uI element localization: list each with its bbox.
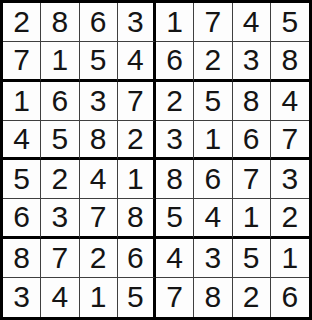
- cell-r8c8[interactable]: 6: [271, 278, 309, 317]
- cell-r6c2[interactable]: 3: [41, 199, 79, 238]
- cell-r8c5[interactable]: 7: [156, 278, 194, 317]
- cell-r5c7[interactable]: 7: [233, 160, 271, 199]
- cell-r8c3[interactable]: 1: [80, 278, 118, 317]
- cell-r1c8[interactable]: 5: [271, 3, 309, 42]
- cell-r4c6[interactable]: 1: [194, 121, 232, 160]
- cell-r1c5[interactable]: 1: [156, 3, 194, 42]
- cell-r5c2[interactable]: 2: [41, 160, 79, 199]
- cell-r8c2[interactable]: 4: [41, 278, 79, 317]
- cell-r1c2[interactable]: 8: [41, 3, 79, 42]
- cell-r7c6[interactable]: 3: [194, 239, 232, 278]
- cell-r3c7[interactable]: 8: [233, 82, 271, 121]
- cell-r1c4[interactable]: 3: [118, 3, 156, 42]
- cell-r3c1[interactable]: 1: [3, 82, 41, 121]
- cell-r8c7[interactable]: 2: [233, 278, 271, 317]
- cell-r6c6[interactable]: 4: [194, 199, 232, 238]
- cell-r4c4[interactable]: 2: [118, 121, 156, 160]
- cell-r7c7[interactable]: 5: [233, 239, 271, 278]
- cell-r6c5[interactable]: 5: [156, 199, 194, 238]
- cell-r6c8[interactable]: 2: [271, 199, 309, 238]
- cell-r8c6[interactable]: 8: [194, 278, 232, 317]
- cell-r5c3[interactable]: 4: [80, 160, 118, 199]
- cell-r2c3[interactable]: 5: [80, 42, 118, 81]
- sudoku-board: 2 8 6 3 1 7 4 5 7 1 5 4 6 2 3 8 1 6 3 7 …: [0, 0, 312, 320]
- cell-r2c2[interactable]: 1: [41, 42, 79, 81]
- cell-r4c1[interactable]: 4: [3, 121, 41, 160]
- cell-r2c4[interactable]: 4: [118, 42, 156, 81]
- cell-r1c1[interactable]: 2: [3, 3, 41, 42]
- cell-r3c5[interactable]: 2: [156, 82, 194, 121]
- cell-r3c8[interactable]: 4: [271, 82, 309, 121]
- cell-r7c5[interactable]: 4: [156, 239, 194, 278]
- cell-r6c7[interactable]: 1: [233, 199, 271, 238]
- cell-r4c2[interactable]: 5: [41, 121, 79, 160]
- cell-r2c8[interactable]: 8: [271, 42, 309, 81]
- cell-r1c6[interactable]: 7: [194, 3, 232, 42]
- cell-r3c3[interactable]: 3: [80, 82, 118, 121]
- cell-r7c8[interactable]: 1: [271, 239, 309, 278]
- cell-r4c8[interactable]: 7: [271, 121, 309, 160]
- cell-r1c3[interactable]: 6: [80, 3, 118, 42]
- cell-r5c4[interactable]: 1: [118, 160, 156, 199]
- cell-r7c4[interactable]: 6: [118, 239, 156, 278]
- cell-r6c1[interactable]: 6: [3, 199, 41, 238]
- cell-r6c3[interactable]: 7: [80, 199, 118, 238]
- cell-r2c7[interactable]: 3: [233, 42, 271, 81]
- cell-r5c6[interactable]: 6: [194, 160, 232, 199]
- cell-r3c2[interactable]: 6: [41, 82, 79, 121]
- cell-r8c4[interactable]: 5: [118, 278, 156, 317]
- cell-r7c2[interactable]: 7: [41, 239, 79, 278]
- cell-r2c6[interactable]: 2: [194, 42, 232, 81]
- cell-r7c1[interactable]: 8: [3, 239, 41, 278]
- cell-r4c5[interactable]: 3: [156, 121, 194, 160]
- cell-r1c7[interactable]: 4: [233, 3, 271, 42]
- cell-r2c5[interactable]: 6: [156, 42, 194, 81]
- cell-r4c7[interactable]: 6: [233, 121, 271, 160]
- cell-r5c8[interactable]: 3: [271, 160, 309, 199]
- cell-r5c5[interactable]: 8: [156, 160, 194, 199]
- cell-r8c1[interactable]: 3: [3, 278, 41, 317]
- cell-r3c6[interactable]: 5: [194, 82, 232, 121]
- cell-r7c3[interactable]: 2: [80, 239, 118, 278]
- cell-r4c3[interactable]: 8: [80, 121, 118, 160]
- cell-r5c1[interactable]: 5: [3, 160, 41, 199]
- cell-r3c4[interactable]: 7: [118, 82, 156, 121]
- cell-r6c4[interactable]: 8: [118, 199, 156, 238]
- cell-r2c1[interactable]: 7: [3, 42, 41, 81]
